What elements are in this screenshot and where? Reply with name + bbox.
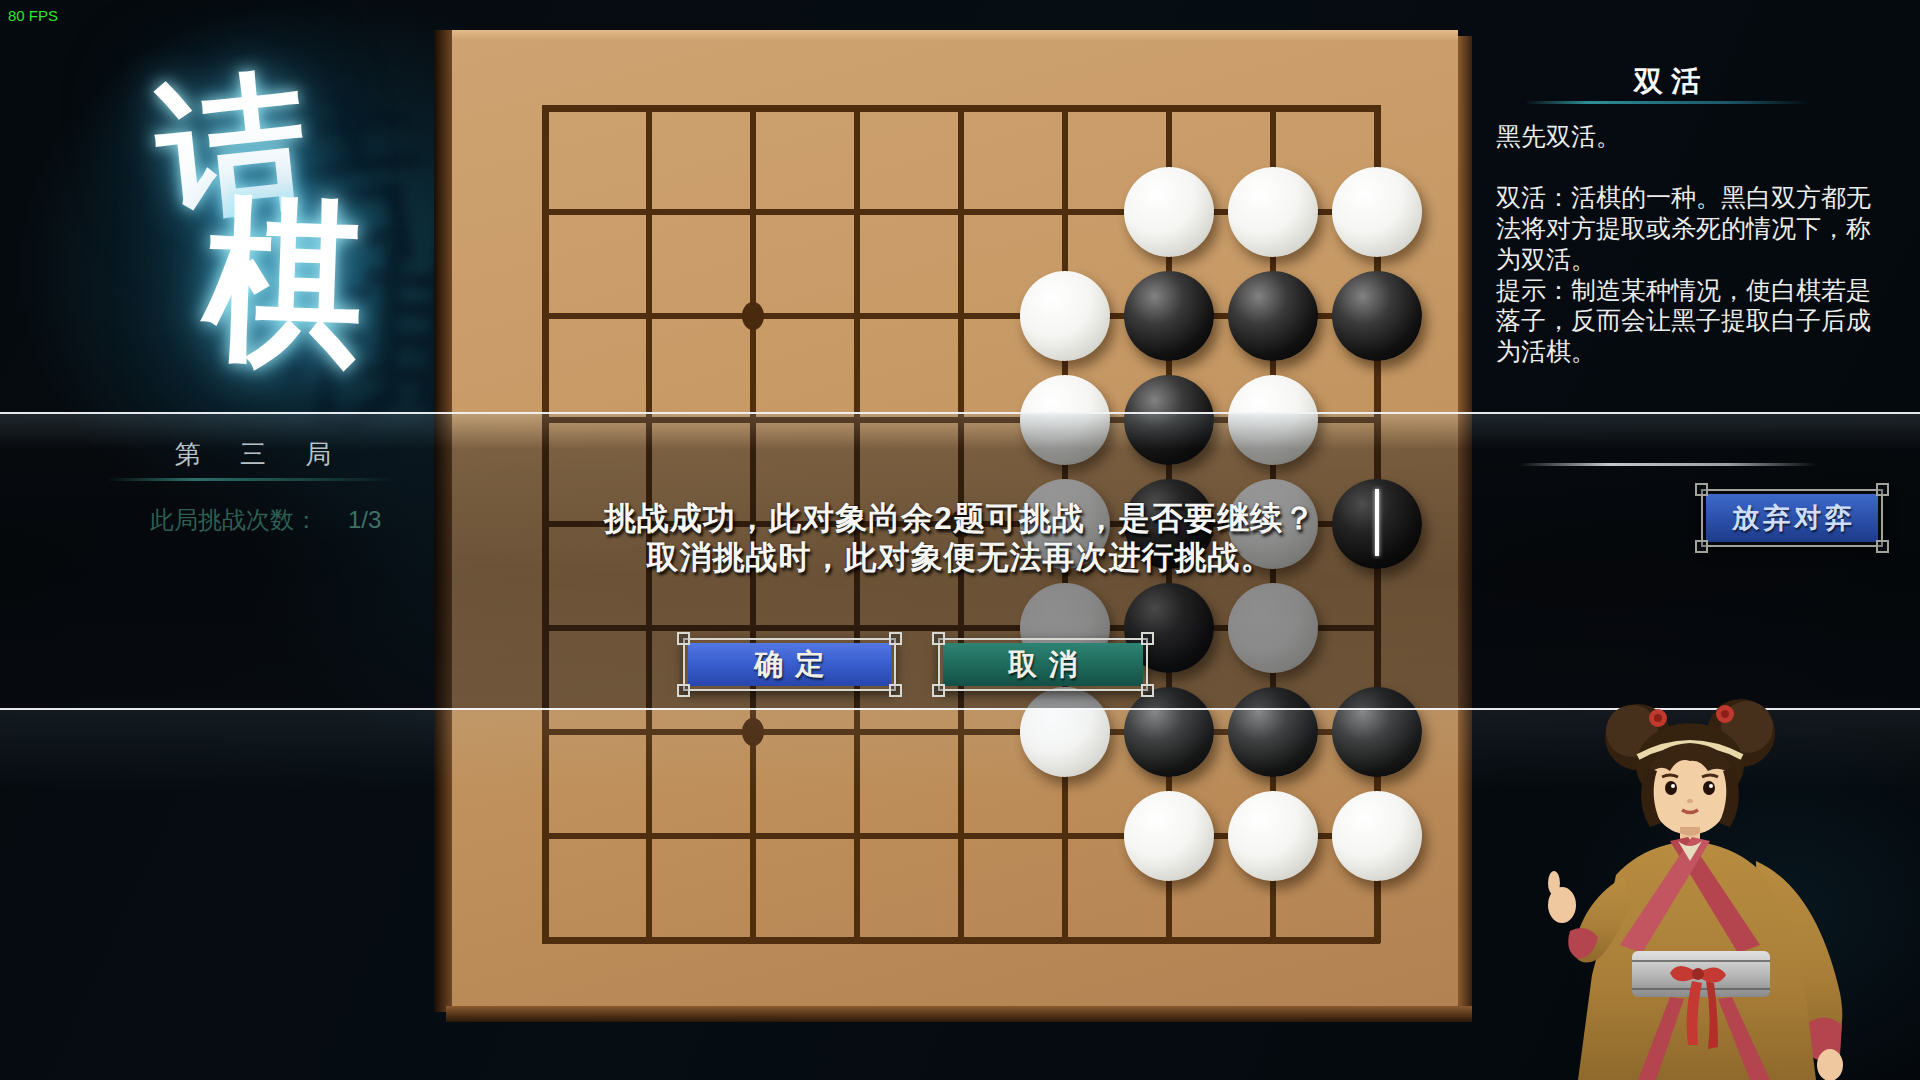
dialog-message-line-2: 取消挑战时，此对象便无法再次进行挑战。 [360, 536, 1560, 580]
go-stone-white [1332, 167, 1422, 257]
go-stone-black [1228, 271, 1318, 361]
go-stone-white [1124, 791, 1214, 881]
go-stone-white [1228, 791, 1318, 881]
star-point [742, 302, 764, 330]
abandon-button-label: 放弃对弈 [1706, 494, 1878, 542]
girl-illustration-svg [1520, 693, 1920, 1080]
go-stone-white [1020, 271, 1110, 361]
go-stone-white [1124, 167, 1214, 257]
character-illustration [1520, 693, 1920, 1080]
panel-description-line: 双活：活棋的一种。黑白双方都无 [1496, 182, 1882, 213]
cancel-button[interactable]: 取消 [938, 638, 1148, 691]
panel-title-divider [1527, 101, 1809, 104]
panel-description-line: 落子，反而会让黑子提取白子后成 [1496, 305, 1882, 336]
round-title: 第 三 局 [96, 437, 410, 472]
confirm-button[interactable]: 确定 [683, 638, 896, 691]
panel-description-line: 黑先双活。 [1496, 121, 1882, 152]
abandon-divider [1519, 463, 1817, 466]
panel-description-line [1496, 152, 1882, 183]
game-screen: 诘 棋 诘 棋 挑战成功，此对象尚余2题可挑战，是否要继续？ 取消挑战时，此对象… [0, 0, 1920, 1080]
attempts-row: 此局挑战次数：1/3 [150, 504, 381, 536]
go-stone-white [1332, 791, 1422, 881]
left-panel-divider [106, 478, 398, 481]
cancel-button-label: 取消 [943, 643, 1143, 686]
attempts-label: 此局挑战次数： [150, 506, 318, 533]
abandon-game-button[interactable]: 放弃对弈 [1701, 489, 1883, 547]
fps-counter: 80 FPS [8, 7, 58, 24]
panel-description: 黑先双活。 双活：活棋的一种。黑白双方都无 法将对方提取或杀死的情况下，称 为双… [1496, 121, 1882, 367]
board-bevel [446, 1006, 1472, 1022]
board-bevel [452, 30, 1458, 40]
dialog-message-line-1: 挑战成功，此对象尚余2题可挑战，是否要继续？ [360, 497, 1560, 541]
grid-line [542, 937, 1380, 944]
go-stone-black [1332, 271, 1422, 361]
panel-title: 双活 [1517, 62, 1817, 102]
panel-description-line: 为活棋。 [1496, 336, 1882, 367]
panel-description-line: 为双活。 [1496, 244, 1882, 275]
panel-description-line: 提示：制造某种情况，使白棋若是 [1496, 275, 1882, 306]
logo-character-qi: 棋 [201, 163, 367, 407]
confirm-button-label: 确定 [688, 643, 891, 686]
go-stone-black [1124, 271, 1214, 361]
panel-description-line: 法将对方提取或杀死的情况下，称 [1496, 213, 1882, 244]
go-stone-white [1228, 167, 1318, 257]
